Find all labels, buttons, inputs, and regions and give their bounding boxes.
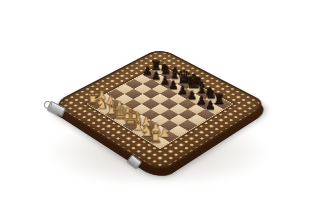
square-h7: ♟ xyxy=(205,104,223,114)
white-pawn-e2: ♟ xyxy=(131,110,144,122)
white-rook-a1: ♜ xyxy=(86,92,99,106)
chess-board: ♜♞♝♛♚♝♞♜♟♟♟♟♟♟♟♟♟♟♟♟♟♟♟♟♜♞♝♛♚♝♞♜ xyxy=(51,47,269,173)
board-grid: ♜♞♝♛♚♝♞♜♟♟♟♟♟♟♟♟♟♟♟♟♟♟♟♟♜♞♝♛♚♝♞♜ xyxy=(86,65,233,149)
black-rook-h8: ♜ xyxy=(213,92,226,106)
chess-set-photo: ♜♞♝♛♚♝♞♜♟♟♟♟♟♟♟♟♟♟♟♟♟♟♟♟♜♞♝♛♚♝♞♜ xyxy=(0,0,320,214)
